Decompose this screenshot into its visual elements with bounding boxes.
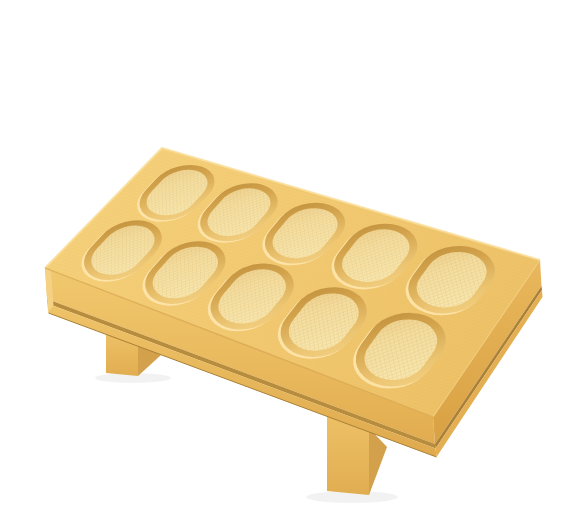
mancala-board-photo — [0, 0, 569, 522]
photo-stage — [0, 0, 569, 522]
